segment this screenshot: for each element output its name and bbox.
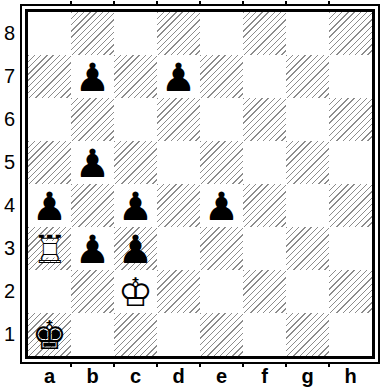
square-b2[interactable] [71,270,114,313]
rank-label-6: 6 [0,98,19,141]
board: ♟♟♟♟♟♟♜♖♟♟♚♔♚ [25,9,375,359]
rank-label-4: 4 [0,184,19,227]
square-d6[interactable] [157,98,200,141]
square-e8[interactable] [200,12,243,55]
square-d8[interactable] [157,12,200,55]
square-b7[interactable]: ♟ [71,55,114,98]
black-pawn[interactable]: ♟ [200,184,243,227]
black-pawn[interactable]: ♟ [71,141,114,184]
square-f5[interactable] [243,141,286,184]
square-e2[interactable] [200,270,243,313]
square-f1[interactable] [243,313,286,356]
black-pawn[interactable]: ♟ [114,227,157,270]
file-label-b: b [71,364,114,389]
white-rook[interactable]: ♜♖ [28,227,71,270]
rank-labels: 8 7 6 5 4 3 2 1 [0,12,19,356]
square-c1[interactable] [114,313,157,356]
black-pawn[interactable]: ♟ [71,227,114,270]
square-a8[interactable] [28,12,71,55]
border-tick [113,1,115,6]
square-c4[interactable]: ♟ [114,184,157,227]
square-e1[interactable] [200,313,243,356]
square-b6[interactable] [71,98,114,141]
border-tick [328,1,330,6]
square-f3[interactable] [243,227,286,270]
square-a7[interactable] [28,55,71,98]
square-d3[interactable] [157,227,200,270]
square-d1[interactable] [157,313,200,356]
square-g6[interactable] [286,98,329,141]
file-labels: a b c d e f g h [28,364,372,389]
border-tick [242,1,244,6]
border-tick [199,1,201,6]
border-tick [156,1,158,6]
file-label-g: g [286,364,329,389]
file-label-c: c [114,364,157,389]
square-h4[interactable] [329,184,372,227]
square-h1[interactable] [329,313,372,356]
board-frame: ♟♟♟♟♟♟♜♖♟♟♚♔♚ [20,4,380,364]
rank-label-5: 5 [0,141,19,184]
square-b1[interactable] [71,313,114,356]
square-g2[interactable] [286,270,329,313]
black-pawn[interactable]: ♟ [28,184,71,227]
white-king[interactable]: ♚♔ [114,270,157,313]
square-a1[interactable]: ♚ [28,313,71,356]
file-label-e: e [200,364,243,389]
square-h7[interactable] [329,55,372,98]
square-b5[interactable]: ♟ [71,141,114,184]
chess-diagram: 8 7 6 5 4 3 2 1 ♟♟♟♟♟♟♜♖♟♟♚♔♚ a b c d e … [0,0,386,389]
square-g3[interactable] [286,227,329,270]
square-g5[interactable] [286,141,329,184]
square-a4[interactable]: ♟ [28,184,71,227]
file-label-d: d [157,364,200,389]
rank-label-7: 7 [0,55,19,98]
square-e4[interactable]: ♟ [200,184,243,227]
square-d5[interactable] [157,141,200,184]
square-h3[interactable] [329,227,372,270]
file-label-h: h [329,364,372,389]
square-c6[interactable] [114,98,157,141]
border-tick [285,1,287,6]
rank-label-1: 1 [0,313,19,356]
square-c7[interactable] [114,55,157,98]
square-h8[interactable] [329,12,372,55]
black-pawn[interactable]: ♟ [114,184,157,227]
rank-label-8: 8 [0,12,19,55]
square-b4[interactable] [71,184,114,227]
square-h5[interactable] [329,141,372,184]
square-g8[interactable] [286,12,329,55]
square-c3[interactable]: ♟ [114,227,157,270]
square-f2[interactable] [243,270,286,313]
square-d4[interactable] [157,184,200,227]
black-pawn[interactable]: ♟ [71,55,114,98]
white-piece-outline: ♖ [28,227,71,270]
square-h2[interactable] [329,270,372,313]
white-piece-outline: ♔ [114,270,157,313]
square-f6[interactable] [243,98,286,141]
square-a6[interactable] [28,98,71,141]
square-e5[interactable] [200,141,243,184]
square-a3[interactable]: ♜♖ [28,227,71,270]
square-d7[interactable]: ♟ [157,55,200,98]
square-b3[interactable]: ♟ [71,227,114,270]
square-c5[interactable] [114,141,157,184]
square-g4[interactable] [286,184,329,227]
square-e7[interactable] [200,55,243,98]
square-h6[interactable] [329,98,372,141]
border-tick [70,1,72,6]
square-a2[interactable] [28,270,71,313]
square-a5[interactable] [28,141,71,184]
file-label-a: a [28,364,71,389]
square-e3[interactable] [200,227,243,270]
square-c2[interactable]: ♚♔ [114,270,157,313]
file-label-f: f [243,364,286,389]
square-f4[interactable] [243,184,286,227]
square-f7[interactable] [243,55,286,98]
square-g7[interactable] [286,55,329,98]
rank-label-3: 3 [0,227,19,270]
square-g1[interactable] [286,313,329,356]
square-b8[interactable] [71,12,114,55]
square-c8[interactable] [114,12,157,55]
square-d2[interactable] [157,270,200,313]
black-pawn[interactable]: ♟ [157,55,200,98]
square-f8[interactable] [243,12,286,55]
square-e6[interactable] [200,98,243,141]
black-king[interactable]: ♚ [28,313,71,356]
rank-label-2: 2 [0,270,19,313]
